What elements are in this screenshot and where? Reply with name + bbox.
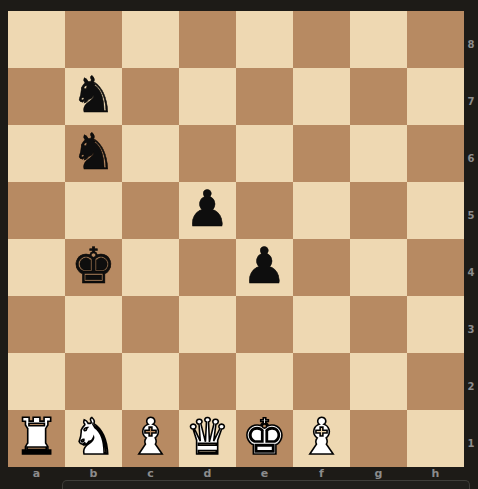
square-g3[interactable] (350, 296, 407, 353)
white-bishop-piece[interactable]: ♝ (299, 412, 344, 462)
black-pawn-piece[interactable]: ♟ (185, 184, 230, 234)
white-bishop-piece[interactable]: ♝ (128, 412, 173, 462)
square-e7[interactable] (236, 68, 293, 125)
square-a3[interactable] (8, 296, 65, 353)
square-d7[interactable] (179, 68, 236, 125)
white-queen-piece[interactable]: ♛ (185, 412, 230, 462)
file-label-e: e (236, 466, 293, 481)
square-e8[interactable] (236, 11, 293, 68)
square-e2[interactable] (236, 353, 293, 410)
square-g1[interactable] (350, 410, 407, 467)
square-b7[interactable]: ♞ (65, 68, 122, 125)
square-e4[interactable]: ♟ (236, 239, 293, 296)
square-h6[interactable] (407, 125, 464, 182)
square-e5[interactable] (236, 182, 293, 239)
square-c7[interactable] (122, 68, 179, 125)
white-king-piece[interactable]: ♚ (242, 412, 287, 462)
square-g8[interactable] (350, 11, 407, 68)
rank-label-7: 7 (464, 68, 478, 125)
rank-coordinates: 87654321 (464, 11, 478, 467)
square-h7[interactable] (407, 68, 464, 125)
square-b3[interactable] (65, 296, 122, 353)
square-b6[interactable]: ♞ (65, 125, 122, 182)
file-coordinates: abcdefgh (8, 466, 464, 481)
file-label-f: f (293, 466, 350, 481)
square-a1[interactable]: ♜ (8, 410, 65, 467)
square-f6[interactable] (293, 125, 350, 182)
square-f1[interactable]: ♝ (293, 410, 350, 467)
square-a2[interactable] (8, 353, 65, 410)
white-knight-piece[interactable]: ♞ (71, 412, 116, 462)
square-d1[interactable]: ♛ (179, 410, 236, 467)
file-label-d: d (179, 466, 236, 481)
square-e1[interactable]: ♚ (236, 410, 293, 467)
square-c8[interactable] (122, 11, 179, 68)
square-h2[interactable] (407, 353, 464, 410)
square-c3[interactable] (122, 296, 179, 353)
file-label-a: a (8, 466, 65, 481)
square-d6[interactable] (179, 125, 236, 182)
rank-label-5: 5 (464, 182, 478, 239)
black-king-piece[interactable]: ♚ (71, 241, 116, 291)
square-b5[interactable] (65, 182, 122, 239)
square-f5[interactable] (293, 182, 350, 239)
square-e6[interactable] (236, 125, 293, 182)
square-b2[interactable] (65, 353, 122, 410)
square-c5[interactable] (122, 182, 179, 239)
bottom-panel (62, 480, 470, 489)
square-g2[interactable] (350, 353, 407, 410)
chess-board[interactable]: ♞♞♟♚♟♜♞♝♛♚♝ (8, 11, 464, 467)
square-b8[interactable] (65, 11, 122, 68)
file-label-c: c (122, 466, 179, 481)
square-h3[interactable] (407, 296, 464, 353)
square-c2[interactable] (122, 353, 179, 410)
square-c6[interactable] (122, 125, 179, 182)
square-b4[interactable]: ♚ (65, 239, 122, 296)
rank-label-8: 8 (464, 11, 478, 68)
square-a8[interactable] (8, 11, 65, 68)
square-a7[interactable] (8, 68, 65, 125)
file-label-g: g (350, 466, 407, 481)
square-c1[interactable]: ♝ (122, 410, 179, 467)
rank-label-3: 3 (464, 296, 478, 353)
square-d5[interactable]: ♟ (179, 182, 236, 239)
square-h1[interactable] (407, 410, 464, 467)
square-g6[interactable] (350, 125, 407, 182)
file-label-h: h (407, 466, 464, 481)
rank-label-4: 4 (464, 239, 478, 296)
square-d4[interactable] (179, 239, 236, 296)
square-f8[interactable] (293, 11, 350, 68)
square-a6[interactable] (8, 125, 65, 182)
rank-label-2: 2 (464, 353, 478, 410)
square-c4[interactable] (122, 239, 179, 296)
file-label-b: b (65, 466, 122, 481)
square-f3[interactable] (293, 296, 350, 353)
square-a5[interactable] (8, 182, 65, 239)
rank-label-1: 1 (464, 410, 478, 467)
square-f7[interactable] (293, 68, 350, 125)
square-h8[interactable] (407, 11, 464, 68)
square-g7[interactable] (350, 68, 407, 125)
square-e3[interactable] (236, 296, 293, 353)
square-g4[interactable] (350, 239, 407, 296)
square-a4[interactable] (8, 239, 65, 296)
square-f2[interactable] (293, 353, 350, 410)
square-h4[interactable] (407, 239, 464, 296)
square-d2[interactable] (179, 353, 236, 410)
square-d8[interactable] (179, 11, 236, 68)
rank-label-6: 6 (464, 125, 478, 182)
square-g5[interactable] (350, 182, 407, 239)
white-rook-piece[interactable]: ♜ (14, 412, 59, 462)
square-h5[interactable] (407, 182, 464, 239)
chess-app-screen: ♞♞♟♚♟♜♞♝♛♚♝ 87654321 abcdefgh (0, 0, 478, 489)
black-knight-piece[interactable]: ♞ (71, 70, 116, 120)
black-knight-piece[interactable]: ♞ (71, 127, 116, 177)
black-pawn-piece[interactable]: ♟ (242, 241, 287, 291)
square-b1[interactable]: ♞ (65, 410, 122, 467)
square-f4[interactable] (293, 239, 350, 296)
square-d3[interactable] (179, 296, 236, 353)
